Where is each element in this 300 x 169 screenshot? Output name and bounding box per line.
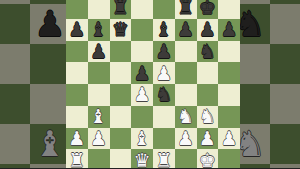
- square-a6-bg: [0, 4, 30, 44]
- square-h6-bg: [270, 4, 300, 44]
- piece-white-pawn-h2: ♟: [274, 167, 300, 169]
- piece-white-knight-f3[interactable]: ♞: [177, 107, 194, 126]
- square-a3[interactable]: [66, 106, 88, 128]
- square-c5[interactable]: [110, 62, 132, 84]
- chess-video-frame: ♜♜♚♟♝♛♝♟♟♟♟♟♞♟♟♟♞♝♞♞♟♟♝♟♟♟♜♛♜♚ ♜♜♚♟♝♛♝♟♟…: [0, 0, 300, 168]
- square-d6[interactable]: [131, 41, 153, 63]
- piece-white-bishop-d2[interactable]: ♝: [134, 129, 151, 148]
- square-f8[interactable]: ♜: [175, 0, 197, 19]
- square-a5-bg: [0, 44, 30, 84]
- square-d2[interactable]: ♝: [131, 128, 153, 150]
- square-f1[interactable]: [175, 149, 197, 168]
- square-b1[interactable]: [88, 149, 110, 168]
- piece-black-king-g8[interactable]: ♚: [199, 0, 216, 17]
- square-f2[interactable]: ♟: [175, 128, 197, 150]
- square-d3[interactable]: [131, 106, 153, 128]
- square-b8[interactable]: [88, 0, 110, 19]
- piece-white-pawn-g2[interactable]: ♟: [199, 129, 216, 148]
- piece-white-bishop-b3[interactable]: ♝: [90, 107, 107, 126]
- square-a7[interactable]: ♟: [66, 19, 88, 41]
- piece-white-pawn-b2: ♟: [34, 167, 65, 169]
- piece-white-knight-g3[interactable]: ♞: [199, 107, 216, 126]
- square-d8[interactable]: [131, 0, 153, 19]
- square-b5-bg: [30, 44, 70, 84]
- square-e5[interactable]: ♟: [153, 62, 175, 84]
- square-a4[interactable]: [66, 84, 88, 106]
- square-h6[interactable]: [218, 41, 240, 63]
- piece-black-knight-e4[interactable]: ♞: [155, 85, 172, 104]
- piece-black-pawn-e6[interactable]: ♟: [155, 42, 172, 61]
- piece-black-bishop-e7[interactable]: ♝: [155, 20, 172, 39]
- square-g8[interactable]: ♚: [197, 0, 219, 19]
- square-e6[interactable]: ♟: [153, 41, 175, 63]
- piece-white-bishop-b3: ♝: [34, 127, 65, 162]
- square-a5[interactable]: [66, 62, 88, 84]
- square-g1[interactable]: ♚: [197, 149, 219, 168]
- piece-white-pawn-e5[interactable]: ♟: [155, 64, 172, 83]
- piece-white-pawn-h2[interactable]: ♟: [221, 129, 238, 148]
- square-h1[interactable]: [218, 149, 240, 168]
- piece-black-knight-g6[interactable]: ♞: [199, 42, 216, 61]
- square-f4[interactable]: [175, 84, 197, 106]
- piece-white-pawn-a2: ♟: [0, 167, 26, 169]
- square-h5[interactable]: [218, 62, 240, 84]
- square-f3[interactable]: ♞: [175, 106, 197, 128]
- square-h8[interactable]: [218, 0, 240, 19]
- piece-black-pawn-h7: ♟: [274, 0, 300, 2]
- square-d1[interactable]: ♛: [131, 149, 153, 168]
- piece-black-pawn-d5[interactable]: ♟: [134, 64, 151, 83]
- square-b5[interactable]: [88, 62, 110, 84]
- piece-black-bishop-b7: ♝: [34, 0, 65, 2]
- square-h4[interactable]: [218, 84, 240, 106]
- square-b3[interactable]: ♝: [88, 106, 110, 128]
- piece-black-queen-c7[interactable]: ♛: [112, 20, 129, 39]
- square-a1[interactable]: ♜: [66, 149, 88, 168]
- square-h4-bg: [270, 84, 300, 124]
- square-h5-bg: [270, 44, 300, 84]
- square-h3[interactable]: [218, 106, 240, 128]
- square-e1[interactable]: ♜: [153, 149, 175, 168]
- piece-black-pawn-h7[interactable]: ♟: [221, 20, 238, 39]
- square-g7[interactable]: ♟: [197, 19, 219, 41]
- square-e3[interactable]: [153, 106, 175, 128]
- square-g5[interactable]: [197, 62, 219, 84]
- piece-black-rook-c8[interactable]: ♜: [112, 0, 129, 17]
- square-a4-bg: [0, 84, 30, 124]
- square-a6[interactable]: [66, 41, 88, 63]
- square-g4[interactable]: [197, 84, 219, 106]
- piece-black-pawn-a7: ♟: [0, 0, 26, 2]
- square-g2[interactable]: ♟: [197, 128, 219, 150]
- square-c6[interactable]: [110, 41, 132, 63]
- chess-board[interactable]: ♜♜♚♟♝♛♝♟♟♟♟♟♞♟♟♟♞♝♞♞♟♟♝♟♟♟♜♛♜♚: [66, 0, 240, 168]
- square-b6-bg: ♟: [30, 4, 70, 44]
- piece-white-pawn-f2[interactable]: ♟: [177, 129, 194, 148]
- square-b4-bg: [30, 84, 70, 124]
- square-a3-bg: [0, 124, 30, 164]
- square-c2[interactable]: [110, 128, 132, 150]
- piece-black-bishop-b7[interactable]: ♝: [90, 20, 107, 39]
- square-c3[interactable]: [110, 106, 132, 128]
- piece-black-rook-f8[interactable]: ♜: [177, 0, 194, 17]
- square-f7[interactable]: ♟: [175, 19, 197, 41]
- square-a2[interactable]: ♟: [66, 128, 88, 150]
- square-a8[interactable]: [66, 0, 88, 19]
- square-h3-bg: [270, 124, 300, 164]
- piece-white-king-g1[interactable]: ♚: [199, 151, 216, 168]
- piece-white-pawn-d4[interactable]: ♟: [134, 85, 151, 104]
- piece-white-rook-a1[interactable]: ♜: [68, 151, 85, 168]
- square-h7[interactable]: ♟: [218, 19, 240, 41]
- square-b3-bg: ♝: [30, 124, 70, 164]
- square-c7[interactable]: ♛: [110, 19, 132, 41]
- piece-black-pawn-b6[interactable]: ♟: [90, 42, 107, 61]
- square-c4[interactable]: [110, 84, 132, 106]
- square-g6[interactable]: ♞: [197, 41, 219, 63]
- square-b4[interactable]: [88, 84, 110, 106]
- square-f6[interactable]: [175, 41, 197, 63]
- square-f5[interactable]: [175, 62, 197, 84]
- square-a2-bg: ♟: [0, 164, 30, 168]
- piece-white-queen-d1[interactable]: ♛: [134, 151, 151, 168]
- square-d4[interactable]: ♟: [131, 84, 153, 106]
- piece-black-pawn-a7[interactable]: ♟: [68, 20, 85, 39]
- square-b6[interactable]: ♟: [88, 41, 110, 63]
- square-g3[interactable]: ♞: [197, 106, 219, 128]
- square-d7[interactable]: [131, 19, 153, 41]
- piece-black-pawn-g7[interactable]: ♟: [199, 20, 216, 39]
- square-c1[interactable]: [110, 149, 132, 168]
- square-b7[interactable]: ♝: [88, 19, 110, 41]
- square-h2[interactable]: ♟: [218, 128, 240, 150]
- square-d5[interactable]: ♟: [131, 62, 153, 84]
- square-h2-bg: ♟: [270, 164, 300, 168]
- square-e4[interactable]: ♞: [153, 84, 175, 106]
- square-c8[interactable]: ♜: [110, 0, 132, 19]
- square-b2-bg: ♟: [30, 164, 70, 168]
- square-e2[interactable]: [153, 128, 175, 150]
- square-b2[interactable]: ♟: [88, 128, 110, 150]
- piece-white-pawn-b2[interactable]: ♟: [90, 129, 107, 148]
- square-e7[interactable]: ♝: [153, 19, 175, 41]
- piece-white-pawn-a2[interactable]: ♟: [68, 129, 85, 148]
- square-e8[interactable]: [153, 0, 175, 19]
- piece-black-pawn-b6: ♟: [34, 7, 65, 42]
- piece-white-rook-e1[interactable]: ♜: [155, 151, 172, 168]
- piece-black-pawn-f7[interactable]: ♟: [177, 20, 194, 39]
